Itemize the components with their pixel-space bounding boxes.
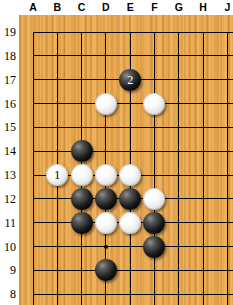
column-label: B [53,2,61,13]
row-label: 8 [10,288,16,300]
white-stone[interactable] [119,212,141,234]
row-label: 13 [4,169,16,181]
column-label: E [127,2,134,13]
row-label: 11 [4,217,16,229]
white-stone[interactable] [143,188,165,210]
column-label: F [151,2,157,13]
column-label: D [102,2,110,13]
row-label: 19 [4,26,16,38]
black-stone[interactable] [71,140,93,162]
row-label: 15 [4,121,16,133]
column-label: G [175,2,183,13]
star-point [104,245,108,249]
white-stone[interactable] [143,93,165,115]
row-label: 12 [4,193,16,205]
black-stone[interactable] [71,212,93,234]
move-number-label: 1 [54,169,60,181]
row-label: 17 [4,74,16,86]
column-label: C [78,2,86,13]
column-label: A [29,2,37,13]
white-stone[interactable] [119,164,141,186]
go-diagram: ABCDEFGHJ 1918171615141312111098 21 [0,0,233,305]
row-labels: 1918171615141312111098 [0,20,16,305]
black-stone[interactable] [119,188,141,210]
row-label: 10 [4,241,16,253]
white-stone[interactable] [71,164,93,186]
white-stone[interactable] [95,93,117,115]
black-stone[interactable] [143,236,165,258]
black-stone[interactable] [95,188,117,210]
row-label: 9 [10,264,16,276]
white-stone[interactable] [95,212,117,234]
white-stone[interactable]: 1 [46,164,68,186]
black-stone[interactable] [95,259,117,281]
column-labels: ABCDEFGHJ [21,0,233,15]
white-stone[interactable] [95,164,117,186]
black-stone[interactable] [71,188,93,210]
column-label: J [224,2,230,13]
row-label: 18 [4,50,16,62]
go-board[interactable]: 21 [19,15,233,305]
row-label: 16 [4,98,16,110]
black-stone[interactable]: 2 [119,69,141,91]
move-number-label: 2 [127,74,133,86]
row-label: 14 [4,145,16,157]
column-label: H [199,2,207,13]
stones-layer: 21 [21,20,233,305]
black-stone[interactable] [143,212,165,234]
